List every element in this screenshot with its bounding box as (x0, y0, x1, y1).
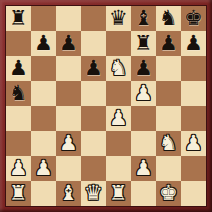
square-c6[interactable] (56, 56, 81, 81)
square-d5[interactable] (81, 81, 106, 106)
black-bishop-piece: ♝ (134, 6, 153, 31)
square-e4[interactable]: ♟ (106, 106, 131, 131)
white-pawn-piece: ♟ (134, 81, 153, 106)
black-knight-piece: ♞ (159, 6, 178, 31)
square-c4[interactable] (56, 106, 81, 131)
square-b3[interactable] (31, 131, 56, 156)
square-c8[interactable] (56, 6, 81, 31)
white-pawn-piece: ♟ (134, 156, 153, 181)
square-d6[interactable]: ♟ (81, 56, 106, 81)
black-king-piece: ♚ (184, 6, 203, 31)
square-h5[interactable] (181, 81, 206, 106)
square-a2[interactable]: ♟ (6, 156, 31, 181)
black-pawn-piece: ♟ (9, 56, 28, 81)
square-a8[interactable]: ♜ (6, 6, 31, 31)
square-h8[interactable]: ♚ (181, 6, 206, 31)
square-b1[interactable] (31, 181, 56, 206)
square-e3[interactable] (106, 131, 131, 156)
square-f3[interactable] (131, 131, 156, 156)
square-f5[interactable]: ♟ (131, 81, 156, 106)
square-b2[interactable]: ♟ (31, 156, 56, 181)
square-h1[interactable] (181, 181, 206, 206)
square-d2[interactable] (81, 156, 106, 181)
square-a4[interactable] (6, 106, 31, 131)
square-b5[interactable] (31, 81, 56, 106)
black-queen-piece: ♛ (109, 6, 128, 31)
black-pawn-piece: ♟ (84, 56, 103, 81)
square-h3[interactable]: ♟ (181, 131, 206, 156)
square-e7[interactable] (106, 31, 131, 56)
square-a3[interactable] (6, 131, 31, 156)
square-a5[interactable]: ♞ (6, 81, 31, 106)
square-a6[interactable]: ♟ (6, 56, 31, 81)
white-pawn-piece: ♟ (9, 156, 28, 181)
square-f7[interactable]: ♜ (131, 31, 156, 56)
square-d7[interactable] (81, 31, 106, 56)
square-f1[interactable] (131, 181, 156, 206)
square-g8[interactable]: ♞ (156, 6, 181, 31)
square-f2[interactable]: ♟ (131, 156, 156, 181)
black-pawn-piece: ♟ (184, 31, 203, 56)
square-c3[interactable]: ♟ (56, 131, 81, 156)
square-g2[interactable] (156, 156, 181, 181)
board-frame: ♜♛♝♞♚♟♟♜♟♟♟♟♞♟♞♟♟♟♞♟♟♟♟♜♝♛♜♚ (0, 0, 212, 212)
white-pawn-piece: ♟ (34, 156, 53, 181)
square-f6[interactable]: ♟ (131, 56, 156, 81)
white-pawn-piece: ♟ (109, 106, 128, 131)
square-g5[interactable] (156, 81, 181, 106)
square-h2[interactable] (181, 156, 206, 181)
square-f4[interactable] (131, 106, 156, 131)
square-d1[interactable]: ♛ (81, 181, 106, 206)
white-bishop-piece: ♝ (59, 181, 78, 206)
black-pawn-piece: ♟ (34, 31, 53, 56)
square-e8[interactable]: ♛ (106, 6, 131, 31)
white-rook-piece: ♜ (9, 181, 28, 206)
square-g1[interactable]: ♚ (156, 181, 181, 206)
square-d8[interactable] (81, 6, 106, 31)
white-pawn-piece: ♟ (59, 131, 78, 156)
square-a1[interactable]: ♜ (6, 181, 31, 206)
black-rook-piece: ♜ (9, 6, 28, 31)
square-h7[interactable]: ♟ (181, 31, 206, 56)
chess-board: ♜♛♝♞♚♟♟♜♟♟♟♟♞♟♞♟♟♟♞♟♟♟♟♜♝♛♜♚ (6, 6, 206, 206)
square-h6[interactable] (181, 56, 206, 81)
black-rook-piece: ♜ (134, 31, 153, 56)
square-g4[interactable] (156, 106, 181, 131)
square-c5[interactable] (56, 81, 81, 106)
square-b6[interactable] (31, 56, 56, 81)
square-f8[interactable]: ♝ (131, 6, 156, 31)
square-c7[interactable]: ♟ (56, 31, 81, 56)
black-pawn-piece: ♟ (59, 31, 78, 56)
square-d3[interactable] (81, 131, 106, 156)
white-rook-piece: ♜ (109, 181, 128, 206)
square-d4[interactable] (81, 106, 106, 131)
square-g6[interactable] (156, 56, 181, 81)
black-knight-piece: ♞ (9, 81, 28, 106)
square-b4[interactable] (31, 106, 56, 131)
white-knight-piece: ♞ (159, 131, 178, 156)
square-e5[interactable] (106, 81, 131, 106)
square-e1[interactable]: ♜ (106, 181, 131, 206)
square-a7[interactable] (6, 31, 31, 56)
white-king-piece: ♚ (159, 181, 178, 206)
square-g3[interactable]: ♞ (156, 131, 181, 156)
black-pawn-piece: ♟ (159, 31, 178, 56)
square-c1[interactable]: ♝ (56, 181, 81, 206)
white-queen-piece: ♛ (84, 181, 103, 206)
square-g7[interactable]: ♟ (156, 31, 181, 56)
square-e2[interactable] (106, 156, 131, 181)
black-pawn-piece: ♟ (134, 56, 153, 81)
white-pawn-piece: ♟ (184, 131, 203, 156)
square-e6[interactable]: ♞ (106, 56, 131, 81)
square-c2[interactable] (56, 156, 81, 181)
square-b7[interactable]: ♟ (31, 31, 56, 56)
square-h4[interactable] (181, 106, 206, 131)
white-knight-piece: ♞ (109, 56, 128, 81)
square-b8[interactable] (31, 6, 56, 31)
